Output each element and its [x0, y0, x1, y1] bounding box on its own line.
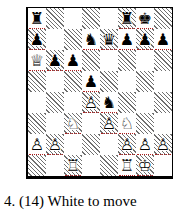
black-queen: ♛ [100, 30, 118, 50]
square-h7: ♟ [154, 29, 172, 50]
square-b3 [46, 113, 64, 134]
square-g4 [136, 92, 154, 113]
black-pawn: ♟ [136, 30, 154, 50]
square-c3: ♞♘ [64, 113, 82, 134]
white-pawn: ♟♙ [82, 93, 100, 113]
square-g6 [136, 50, 154, 71]
black-pawn: ♟ [154, 30, 172, 50]
square-d3 [82, 113, 100, 134]
square-e5 [100, 71, 118, 92]
diagram-caption: 4. (14) White to move [4, 193, 137, 210]
square-g3 [136, 113, 154, 134]
square-a1 [28, 155, 46, 176]
square-h1 [154, 155, 172, 176]
square-f3: ♞♘ [118, 113, 136, 134]
square-h6 [154, 50, 172, 71]
square-a4 [28, 92, 46, 113]
black-pawn: ♟ [28, 30, 46, 50]
square-d1 [82, 155, 100, 176]
white-pawn: ♟♙ [118, 135, 136, 155]
square-c1: ♜♖ [64, 155, 82, 176]
white-knight: ♞♘ [118, 114, 136, 134]
square-b6: ♟ [46, 50, 64, 71]
square-a2: ♟♙ [28, 134, 46, 155]
black-pawn: ♟ [46, 51, 64, 71]
square-c5 [64, 71, 82, 92]
black-rook: ♜ [118, 9, 136, 29]
black-king: ♚ [136, 9, 154, 29]
white-pawn: ♟♙ [136, 135, 154, 155]
black-rook: ♜ [28, 9, 46, 29]
black-knight: ♞ [82, 30, 100, 50]
square-h2: ♟♙ [154, 134, 172, 155]
white-pawn: ♟♙ [28, 135, 46, 155]
square-c6: ♟ [64, 50, 82, 71]
square-d6 [82, 50, 100, 71]
square-c2 [64, 134, 82, 155]
square-f8: ♜ [118, 8, 136, 29]
square-a5 [28, 71, 46, 92]
square-e8 [100, 8, 118, 29]
black-pawn: ♟ [82, 72, 100, 92]
square-f2: ♟♙ [118, 134, 136, 155]
white-pawn: ♟♙ [46, 135, 64, 155]
square-g1: ♚♔ [136, 155, 154, 176]
chess-board-frame: ♜♜♚♟♞♛♟♟♟♛♕♟♟♟♟♙♞♞♘♟♙♞♘♟♙♟♙♟♙♟♙♟♙♜♖♜♖♚♔ [26, 7, 173, 179]
square-h3 [154, 113, 172, 134]
square-c7 [64, 29, 82, 50]
square-f7: ♟ [118, 29, 136, 50]
square-b1 [46, 155, 64, 176]
square-h4 [154, 92, 172, 113]
square-d7: ♞ [82, 29, 100, 50]
square-e7: ♛ [100, 29, 118, 50]
square-e2 [100, 134, 118, 155]
square-g8: ♚ [136, 8, 154, 29]
square-b5 [46, 71, 64, 92]
square-e4: ♞ [100, 92, 118, 113]
square-f5 [118, 71, 136, 92]
square-g2: ♟♙ [136, 134, 154, 155]
square-d2 [82, 134, 100, 155]
square-f1: ♜♖ [118, 155, 136, 176]
white-rook: ♜♖ [64, 156, 82, 176]
square-b2: ♟♙ [46, 134, 64, 155]
square-c8 [64, 8, 82, 29]
square-d5: ♟ [82, 71, 100, 92]
square-a7: ♟ [28, 29, 46, 50]
black-knight: ♞ [100, 93, 118, 113]
square-e1 [100, 155, 118, 176]
square-c4 [64, 92, 82, 113]
square-a8: ♜ [28, 8, 46, 29]
square-b7 [46, 29, 64, 50]
square-d8 [82, 8, 100, 29]
black-pawn: ♟ [118, 30, 136, 50]
square-b8 [46, 8, 64, 29]
square-g7: ♟ [136, 29, 154, 50]
white-pawn: ♟♙ [100, 114, 118, 134]
white-queen: ♛♕ [28, 51, 46, 71]
chess-board: ♜♜♚♟♞♛♟♟♟♛♕♟♟♟♟♙♞♞♘♟♙♞♘♟♙♟♙♟♙♟♙♟♙♜♖♜♖♚♔ [28, 8, 172, 176]
square-f4 [118, 92, 136, 113]
square-b4 [46, 92, 64, 113]
square-a3 [28, 113, 46, 134]
white-rook: ♜♖ [118, 156, 136, 176]
square-h5 [154, 71, 172, 92]
square-h8 [154, 8, 172, 29]
black-pawn: ♟ [64, 51, 82, 71]
white-king: ♚♔ [136, 156, 154, 176]
white-pawn: ♟♙ [154, 135, 172, 155]
white-knight: ♞♘ [64, 114, 82, 134]
square-g5 [136, 71, 154, 92]
square-f6 [118, 50, 136, 71]
square-d4: ♟♙ [82, 92, 100, 113]
square-a6: ♛♕ [28, 50, 46, 71]
square-e3: ♟♙ [100, 113, 118, 134]
square-e6 [100, 50, 118, 71]
